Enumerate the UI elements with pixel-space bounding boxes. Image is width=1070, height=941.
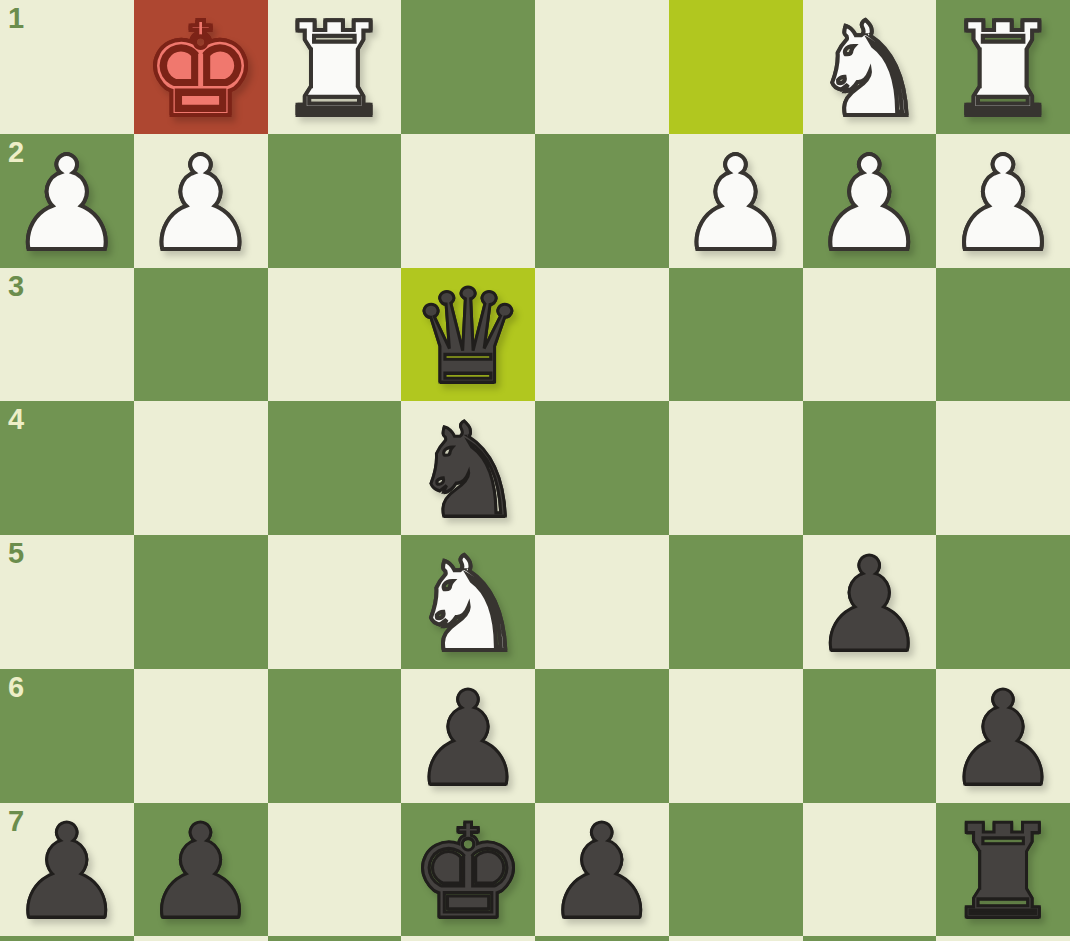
square-f8[interactable]: [268, 936, 402, 941]
square-c1[interactable]: [669, 0, 803, 134]
square-d5[interactable]: [535, 535, 669, 669]
square-d7[interactable]: ♟: [535, 803, 669, 937]
square-g2[interactable]: ♟: [134, 134, 268, 268]
square-c2[interactable]: ♟: [669, 134, 803, 268]
rank-label-3: 3: [8, 272, 24, 301]
square-b3[interactable]: [803, 268, 937, 402]
square-c5[interactable]: [669, 535, 803, 669]
square-h5[interactable]: 5: [0, 535, 134, 669]
black-queen[interactable]: ♛: [410, 272, 527, 402]
square-h3[interactable]: 3: [0, 268, 134, 402]
black-king[interactable]: ♚: [410, 807, 527, 937]
black-knight[interactable]: ♞: [410, 406, 527, 536]
white-pawn[interactable]: ♟: [945, 139, 1062, 269]
white-pawn[interactable]: ♟: [9, 139, 126, 269]
square-a3[interactable]: [936, 268, 1070, 402]
square-h7[interactable]: 7♟: [0, 803, 134, 937]
square-a2[interactable]: ♟: [936, 134, 1070, 268]
square-d1[interactable]: [535, 0, 669, 134]
black-rook[interactable]: ♜: [945, 807, 1062, 937]
square-e8[interactable]: [401, 936, 535, 941]
square-b2[interactable]: ♟: [803, 134, 937, 268]
square-h6[interactable]: 6: [0, 669, 134, 803]
square-b5[interactable]: ♟: [803, 535, 937, 669]
square-e7[interactable]: ♚: [401, 803, 535, 937]
square-a1[interactable]: ♜: [936, 0, 1070, 134]
white-pawn[interactable]: ♟: [142, 139, 259, 269]
chess-board: 1♚♜♞♜2♟♟♟♟♟3♛4♞5♞♟6♟♟7♟♟♚♟♜: [0, 0, 1070, 941]
square-a7[interactable]: ♜: [936, 803, 1070, 937]
square-e6[interactable]: ♟: [401, 669, 535, 803]
square-b6[interactable]: [803, 669, 937, 803]
square-b4[interactable]: [803, 401, 937, 535]
square-b7[interactable]: [803, 803, 937, 937]
rank-label-6: 6: [8, 673, 24, 702]
rank-label-1: 1: [8, 4, 24, 33]
square-g3[interactable]: [134, 268, 268, 402]
square-g1[interactable]: ♚: [134, 0, 268, 134]
square-d2[interactable]: [535, 134, 669, 268]
square-g7[interactable]: ♟: [134, 803, 268, 937]
square-d4[interactable]: [535, 401, 669, 535]
square-c7[interactable]: [669, 803, 803, 937]
square-f4[interactable]: [268, 401, 402, 535]
square-f5[interactable]: [268, 535, 402, 669]
square-e2[interactable]: [401, 134, 535, 268]
black-pawn[interactable]: ♟: [811, 540, 928, 670]
white-knight[interactable]: ♞: [811, 5, 928, 135]
rank-label-5: 5: [8, 539, 24, 568]
white-pawn[interactable]: ♟: [677, 139, 794, 269]
square-f1[interactable]: ♜: [268, 0, 402, 134]
square-f3[interactable]: [268, 268, 402, 402]
square-a6[interactable]: ♟: [936, 669, 1070, 803]
square-c4[interactable]: [669, 401, 803, 535]
black-pawn[interactable]: ♟: [544, 807, 661, 937]
square-e5[interactable]: ♞: [401, 535, 535, 669]
square-h4[interactable]: 4: [0, 401, 134, 535]
square-h1[interactable]: 1: [0, 0, 134, 134]
square-d8[interactable]: [535, 936, 669, 941]
black-pawn[interactable]: ♟: [945, 674, 1062, 804]
square-h2[interactable]: 2♟: [0, 134, 134, 268]
square-c8[interactable]: [669, 936, 803, 941]
white-king[interactable]: ♚: [142, 5, 259, 135]
black-pawn[interactable]: ♟: [142, 807, 259, 937]
square-f6[interactable]: [268, 669, 402, 803]
square-d3[interactable]: [535, 268, 669, 402]
white-rook[interactable]: ♜: [945, 5, 1062, 135]
black-pawn[interactable]: ♟: [9, 807, 126, 937]
square-g4[interactable]: [134, 401, 268, 535]
white-rook[interactable]: ♜: [276, 5, 393, 135]
square-h8[interactable]: [0, 936, 134, 941]
square-g8[interactable]: [134, 936, 268, 941]
square-g6[interactable]: [134, 669, 268, 803]
square-e3[interactable]: ♛: [401, 268, 535, 402]
white-knight[interactable]: ♞: [410, 540, 527, 670]
square-c3[interactable]: [669, 268, 803, 402]
square-a5[interactable]: [936, 535, 1070, 669]
square-g5[interactable]: [134, 535, 268, 669]
black-pawn[interactable]: ♟: [410, 674, 527, 804]
square-f2[interactable]: [268, 134, 402, 268]
square-b8[interactable]: [803, 936, 937, 941]
board-viewport: 1♚♜♞♜2♟♟♟♟♟3♛4♞5♞♟6♟♟7♟♟♚♟♜: [0, 0, 1070, 941]
square-f7[interactable]: [268, 803, 402, 937]
square-b1[interactable]: ♞: [803, 0, 937, 134]
square-c6[interactable]: [669, 669, 803, 803]
square-e1[interactable]: [401, 0, 535, 134]
square-d6[interactable]: [535, 669, 669, 803]
rank-label-4: 4: [8, 405, 24, 434]
square-a8[interactable]: [936, 936, 1070, 941]
white-pawn[interactable]: ♟: [811, 139, 928, 269]
square-e4[interactable]: ♞: [401, 401, 535, 535]
square-a4[interactable]: [936, 401, 1070, 535]
